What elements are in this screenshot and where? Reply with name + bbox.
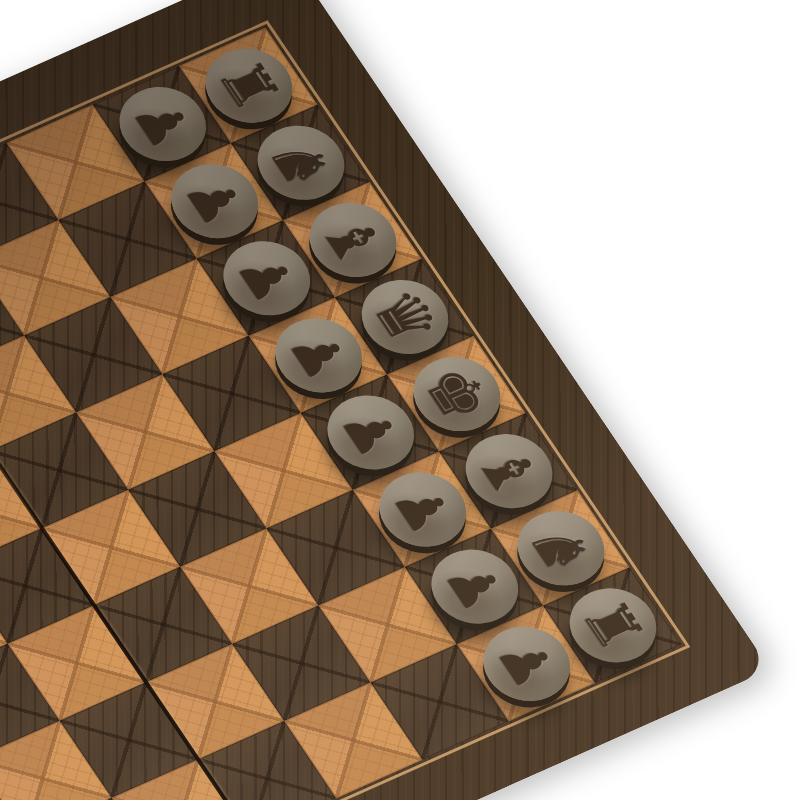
chess-board: ♜♞♝♛♚♝♞♜♟♟♟♟♟♟♟♟ (0, 0, 771, 800)
photo-stage: ♜♞♝♛♚♝♞♜♟♟♟♟♟♟♟♟ (0, 0, 800, 800)
board-grid: ♜♞♝♛♚♝♞♜♟♟♟♟♟♟♟♟ (0, 28, 681, 800)
